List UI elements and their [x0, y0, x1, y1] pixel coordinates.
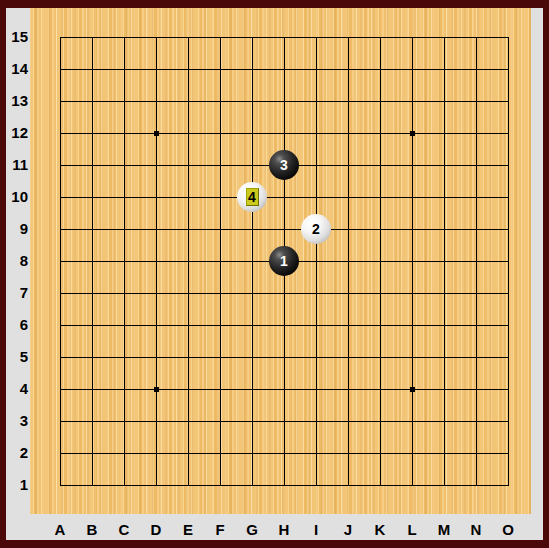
column-label-h: H	[272, 522, 296, 538]
stone-black-h8: 1	[269, 246, 299, 276]
row-label-15: 15	[2, 29, 28, 45]
grid-vline	[508, 37, 509, 486]
column-label-o: O	[496, 522, 520, 538]
column-label-b: B	[80, 522, 104, 538]
go-game-window: ABCDEFGHIJKLMNO1514131211109876543211234	[0, 0, 549, 548]
stone-white-i9: 2	[301, 214, 331, 244]
column-label-e: E	[176, 522, 200, 538]
grid-vline	[476, 37, 477, 486]
row-label-10: 10	[2, 189, 28, 205]
row-label-12: 12	[2, 125, 28, 141]
grid-hline	[60, 485, 509, 486]
row-label-11: 11	[2, 157, 28, 173]
column-label-k: K	[368, 522, 392, 538]
row-label-5: 5	[2, 349, 28, 365]
row-label-1: 1	[2, 477, 28, 493]
row-label-3: 3	[2, 413, 28, 429]
row-label-13: 13	[2, 93, 28, 109]
column-label-d: D	[144, 522, 168, 538]
column-label-m: M	[432, 522, 456, 538]
column-label-j: J	[336, 522, 360, 538]
grid-vline	[348, 37, 349, 486]
grid-vline	[412, 37, 413, 486]
star-point-d4	[154, 387, 159, 392]
star-point-l12	[410, 131, 415, 136]
column-label-g: G	[240, 522, 264, 538]
column-label-i: I	[304, 522, 328, 538]
column-label-l: L	[400, 522, 424, 538]
star-point-l4	[410, 387, 415, 392]
stone-black-h11: 3	[269, 150, 299, 180]
row-label-9: 9	[2, 221, 28, 237]
grid-hline	[60, 293, 509, 294]
grid-hline	[60, 325, 509, 326]
grid-hline	[60, 357, 509, 358]
column-label-c: C	[112, 522, 136, 538]
grid-hline	[60, 453, 509, 454]
column-label-a: A	[48, 522, 72, 538]
grid-hline	[60, 421, 509, 422]
row-label-6: 6	[2, 317, 28, 333]
grid-vline	[444, 37, 445, 486]
row-label-2: 2	[2, 445, 28, 461]
grid-vline	[316, 37, 317, 486]
column-label-f: F	[208, 522, 232, 538]
row-label-14: 14	[2, 61, 28, 77]
star-point-d12	[154, 131, 159, 136]
grid-vline	[380, 37, 381, 486]
stone-white-g10: 4	[237, 182, 267, 212]
row-label-4: 4	[2, 381, 28, 397]
last-move-highlight: 4	[246, 188, 259, 206]
row-label-7: 7	[2, 285, 28, 301]
grid-hline	[60, 389, 509, 390]
column-label-n: N	[464, 522, 488, 538]
row-label-8: 8	[2, 253, 28, 269]
